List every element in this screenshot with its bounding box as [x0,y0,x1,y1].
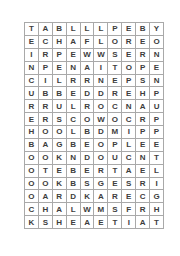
word-search-grid: TABLLLPEBYECHAFLOREOIRPEWWSERNNPENAITOPE… [24,22,164,229]
grid-cell[interactable]: S [122,178,135,190]
grid-cell[interactable]: C [39,36,52,48]
grid-cell[interactable]: G [94,178,107,190]
grid-cell[interactable]: N [150,75,163,87]
grid-cell[interactable]: E [94,216,107,228]
grid-cell[interactable]: E [136,139,149,151]
grid-cell[interactable]: R [53,190,66,202]
grid-cell[interactable]: F [81,36,94,48]
grid-cell[interactable]: P [53,49,66,61]
grid-cell[interactable]: B [67,139,80,151]
grid-cell[interactable]: W [81,49,94,61]
grid-cell[interactable]: K [53,152,66,164]
grid-cell[interactable]: C [25,75,38,87]
grid-cell[interactable]: T [108,165,121,177]
grid-cell[interactable]: B [136,23,149,35]
grid-cell[interactable]: O [25,152,38,164]
grid-cell[interactable]: R [136,113,149,125]
grid-cell[interactable]: E [150,139,163,151]
grid-cell[interactable]: K [53,178,66,190]
grid-cell[interactable]: R [25,100,38,112]
grid-cell[interactable]: A [136,100,149,112]
grid-cell[interactable]: T [108,216,121,228]
grid-cell[interactable]: P [136,62,149,74]
grid-cell[interactable]: E [67,87,80,99]
grid-cell[interactable]: E [122,190,135,202]
grid-cell[interactable]: E [136,36,149,48]
grid-cell[interactable]: H [53,36,66,48]
grid-cell[interactable]: R [122,36,135,48]
grid-cell[interactable]: I [94,62,107,74]
grid-cell[interactable]: G [53,139,66,151]
grid-cell[interactable]: P [136,126,149,138]
grid-cell[interactable]: N [67,62,80,74]
grid-cell[interactable]: O [39,152,52,164]
grid-cell[interactable]: L [67,23,80,35]
grid-cell[interactable]: L [94,36,107,48]
grid-cell[interactable]: N [150,49,163,61]
grid-cell[interactable]: L [150,165,163,177]
grid-cell[interactable]: S [108,49,121,61]
grid-cell[interactable]: C [25,203,38,215]
grid-cell[interactable]: L [122,139,135,151]
grid-cell[interactable]: P [150,126,163,138]
grid-cell[interactable]: D [94,126,107,138]
grid-cell[interactable]: T [108,62,121,74]
grid-cell[interactable]: A [122,165,135,177]
grid-cell[interactable]: W [94,113,107,125]
grid-cell[interactable]: O [25,165,38,177]
grid-cell[interactable]: P [150,113,163,125]
grid-cell[interactable]: O [81,113,94,125]
grid-cell[interactable]: F [122,203,135,215]
grid-cell[interactable]: E [136,165,149,177]
grid-cell[interactable]: O [108,36,121,48]
grid-cell[interactable]: P [122,75,135,87]
grid-cell[interactable]: E [108,178,121,190]
grid-cell[interactable]: A [39,190,52,202]
grid-cell[interactable]: B [53,23,66,35]
grid-cell[interactable]: H [136,87,149,99]
grid-cell[interactable]: K [81,190,94,202]
grid-cell[interactable]: R [136,49,149,61]
worksheet-page: TABLLLPEBYECHAFLOREOIRPEWWSERNNPENAITOPE… [0,0,180,256]
grid-cell[interactable]: N [136,152,149,164]
grid-cell[interactable]: B [39,87,52,99]
grid-cell[interactable]: P [108,23,121,35]
grid-cell[interactable]: R [39,100,52,112]
grid-cell[interactable]: U [25,87,38,99]
grid-cell[interactable]: P [150,87,163,99]
grid-cell[interactable]: H [150,203,163,215]
grid-cell[interactable]: E [67,216,80,228]
grid-cell[interactable]: A [67,36,80,48]
grid-cell[interactable]: E [108,75,121,87]
grid-cell[interactable]: H [39,203,52,215]
grid-cell[interactable]: G [150,190,163,202]
grid-cell[interactable]: M [108,126,121,138]
grid-cell[interactable]: D [81,87,94,99]
grid-cell[interactable]: L [94,23,107,35]
grid-cell[interactable]: O [150,36,163,48]
grid-cell[interactable]: C [136,190,149,202]
grid-cell[interactable]: E [53,165,66,177]
grid-cell[interactable]: O [94,152,107,164]
grid-cell[interactable]: O [94,100,107,112]
grid-cell[interactable]: B [67,178,80,190]
grid-cell[interactable]: S [81,178,94,190]
grid-cell[interactable]: N [67,152,80,164]
grid-cell[interactable]: O [122,62,135,74]
grid-cell[interactable]: R [81,100,94,112]
grid-cell[interactable]: U [53,100,66,112]
grid-cell[interactable]: L [67,126,80,138]
grid-cell[interactable]: E [122,23,135,35]
grid-cell[interactable]: P [108,139,121,151]
grid-cell[interactable]: L [53,75,66,87]
grid-cell[interactable]: E [53,62,66,74]
grid-cell[interactable]: I [25,49,38,61]
grid-cell[interactable]: B [53,87,66,99]
grid-cell[interactable]: B [81,126,94,138]
grid-cell[interactable]: R [108,87,121,99]
grid-cell[interactable]: A [39,23,52,35]
grid-cell[interactable]: T [25,23,38,35]
grid-cell[interactable]: E [67,49,80,61]
grid-cell[interactable]: S [39,216,52,228]
grid-cell[interactable]: S [53,113,66,125]
grid-cell[interactable]: A [53,203,66,215]
grid-cell[interactable]: N [94,75,107,87]
grid-cell[interactable]: D [67,190,80,202]
grid-cell[interactable]: O [25,178,38,190]
grid-cell[interactable]: A [39,139,52,151]
grid-cell[interactable]: A [94,190,107,202]
grid-cell[interactable]: R [81,75,94,87]
grid-cell[interactable]: P [39,62,52,74]
grid-cell[interactable]: R [136,203,149,215]
grid-cell[interactable]: D [94,87,107,99]
grid-cell[interactable]: S [108,203,121,215]
grid-cell[interactable]: E [81,165,94,177]
grid-cell[interactable]: O [53,126,66,138]
grid-cell[interactable]: O [39,178,52,190]
grid-cell[interactable]: R [39,49,52,61]
grid-cell[interactable]: W [94,49,107,61]
grid-cell[interactable]: O [108,113,121,125]
grid-cell[interactable]: H [25,126,38,138]
grid-cell[interactable]: R [67,75,80,87]
grid-cell[interactable]: R [94,165,107,177]
grid-cell[interactable]: C [108,100,121,112]
grid-cell[interactable]: Y [150,23,163,35]
grid-cell[interactable]: W [81,203,94,215]
grid-cell[interactable]: D [81,152,94,164]
grid-cell[interactable]: R [108,190,121,202]
grid-cell[interactable]: T [39,165,52,177]
grid-cell[interactable]: T [150,152,163,164]
grid-cell[interactable]: C [122,113,135,125]
grid-cell[interactable]: E [150,62,163,74]
grid-cell[interactable]: L [67,203,80,215]
grid-cell[interactable]: C [67,113,80,125]
grid-cell[interactable]: H [53,216,66,228]
grid-cell[interactable]: I [39,75,52,87]
grid-cell[interactable]: E [122,49,135,61]
grid-cell[interactable]: E [25,113,38,125]
grid-cell[interactable]: A [81,62,94,74]
grid-cell[interactable]: L [81,23,94,35]
grid-cell[interactable]: O [25,190,38,202]
grid-cell[interactable]: C [122,152,135,164]
grid-cell[interactable]: M [94,203,107,215]
grid-cell[interactable]: U [108,152,121,164]
grid-cell[interactable]: A [136,216,149,228]
grid-cell[interactable]: I [122,126,135,138]
grid-cell[interactable]: I [150,178,163,190]
grid-cell[interactable]: K [25,216,38,228]
grid-cell[interactable]: U [150,100,163,112]
grid-cell[interactable]: B [25,139,38,151]
grid-cell[interactable]: E [122,87,135,99]
grid-cell[interactable]: S [136,75,149,87]
grid-cell[interactable]: R [39,113,52,125]
grid-cell[interactable]: O [39,126,52,138]
grid-cell[interactable]: A [81,216,94,228]
grid-cell[interactable]: T [150,216,163,228]
grid-cell[interactable]: O [94,139,107,151]
grid-cell[interactable]: B [67,165,80,177]
grid-cell[interactable]: N [25,62,38,74]
grid-cell[interactable]: E [25,36,38,48]
grid-cell[interactable]: R [136,178,149,190]
grid-cell[interactable]: N [122,100,135,112]
grid-cell[interactable]: I [122,216,135,228]
grid-cell[interactable]: L [67,100,80,112]
grid-cell[interactable]: E [81,139,94,151]
